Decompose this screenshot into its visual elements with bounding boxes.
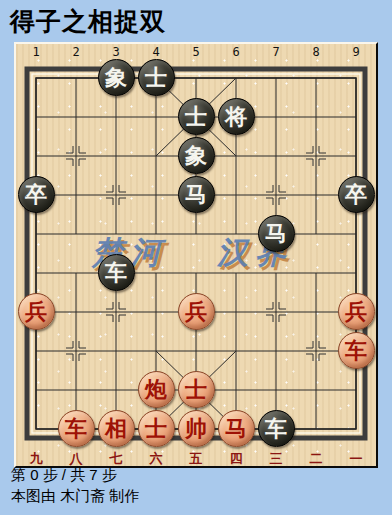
piece-black-pawn[interactable]: 卒: [338, 176, 375, 213]
piece-black-advisor[interactable]: 士: [138, 59, 175, 96]
piece-red-horse[interactable]: 马: [218, 410, 255, 447]
piece-black-general[interactable]: 将: [218, 98, 255, 135]
piece-red-elephant[interactable]: 相: [98, 410, 135, 447]
file-label-top: 1: [16, 45, 56, 59]
piece-red-general[interactable]: 帅: [178, 410, 215, 447]
piece-black-horse[interactable]: 马: [258, 215, 295, 252]
piece-black-elephant[interactable]: 象: [98, 59, 135, 96]
file-label-top: 6: [216, 45, 256, 59]
file-label-top: 3: [96, 45, 136, 59]
file-label-bottom: 五: [176, 450, 216, 468]
file-label-top: 5: [176, 45, 216, 59]
step-counter: 第 0 步 / 共 7 步: [11, 466, 117, 485]
piece-black-elephant[interactable]: 象: [178, 137, 215, 174]
file-label-top: 2: [56, 45, 96, 59]
piece-red-pawn[interactable]: 兵: [338, 293, 375, 330]
piece-black-chariot[interactable]: 车: [98, 254, 135, 291]
file-label-top: 9: [336, 45, 376, 59]
piece-red-pawn[interactable]: 兵: [178, 293, 215, 330]
board-panel: 123456789 楚河楚河汉界汉界 象士士将象卒马卒马车兵兵兵车炮士车相士帅马…: [14, 42, 378, 468]
piece-red-pawn[interactable]: 兵: [18, 293, 55, 330]
piece-black-pawn[interactable]: 卒: [18, 176, 55, 213]
piece-red-advisor[interactable]: 士: [138, 410, 175, 447]
credit-line: 本图由 木门斋 制作: [11, 487, 139, 506]
file-label-top: 4: [136, 45, 176, 59]
file-label-top: 8: [296, 45, 336, 59]
board: 楚河楚河汉界汉界 象士士将象卒马卒马车兵兵兵车炮士车相士帅马车: [16, 58, 376, 448]
file-label-bottom: 一: [336, 450, 376, 468]
file-label-bottom: 六: [136, 450, 176, 468]
page-title: 得子之相捉双: [10, 5, 166, 38]
board-grid[interactable]: 象士士将象卒马卒马车兵兵兵车炮士车相士帅马车: [16, 58, 376, 448]
piece-red-cannon[interactable]: 炮: [138, 371, 175, 408]
file-labels-top: 123456789: [16, 45, 376, 59]
piece-red-chariot[interactable]: 车: [58, 410, 95, 447]
piece-black-horse[interactable]: 马: [178, 176, 215, 213]
file-label-bottom: 四: [216, 450, 256, 468]
piece-red-advisor[interactable]: 士: [178, 371, 215, 408]
piece-red-chariot[interactable]: 车: [338, 332, 375, 369]
piece-black-advisor[interactable]: 士: [178, 98, 215, 135]
file-label-bottom: 二: [296, 450, 336, 468]
piece-black-chariot[interactable]: 车: [258, 410, 295, 447]
file-label-bottom: 三: [256, 450, 296, 468]
file-label-top: 7: [256, 45, 296, 59]
